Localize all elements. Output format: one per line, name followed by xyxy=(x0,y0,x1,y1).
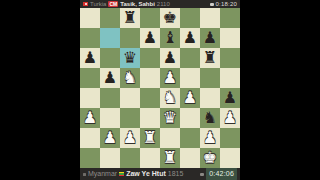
clock-icon xyxy=(210,3,214,6)
square-g1[interactable]: ♚ xyxy=(200,148,220,168)
square-b3[interactable] xyxy=(100,108,120,128)
black-bishop: ♝ xyxy=(163,28,177,48)
bottom-player-name: Zaw Ye Htut xyxy=(126,168,166,180)
square-h4[interactable]: ♟ xyxy=(220,88,240,108)
white-pawn: ♟ xyxy=(223,108,237,128)
square-c7[interactable] xyxy=(120,28,140,48)
square-h8[interactable] xyxy=(220,8,240,28)
bottom-player-country: Myanmar xyxy=(88,168,117,180)
black-pawn: ♟ xyxy=(203,28,217,48)
square-g5[interactable] xyxy=(200,68,220,88)
black-queen: ♛ xyxy=(123,48,137,68)
white-pawn: ♟ xyxy=(183,88,197,108)
square-h1[interactable] xyxy=(220,148,240,168)
top-player-rating: 2110 xyxy=(157,0,170,8)
square-g6[interactable]: ♜ xyxy=(200,48,220,68)
square-f7[interactable]: ♟ xyxy=(180,28,200,48)
connection-icon xyxy=(83,173,86,176)
square-b5[interactable]: ♟ xyxy=(100,68,120,88)
square-e2[interactable] xyxy=(160,128,180,148)
square-c6[interactable]: ♛ xyxy=(120,48,140,68)
phone-screen: Turkia CM Tasik, Sahbi 2110 0:18:20 ♜♚♟♝… xyxy=(80,0,240,180)
square-c2[interactable]: ♟ xyxy=(120,128,140,148)
square-b6[interactable] xyxy=(100,48,120,68)
square-f8[interactable] xyxy=(180,8,200,28)
square-f1[interactable] xyxy=(180,148,200,168)
square-g3[interactable]: ♞ xyxy=(200,108,220,128)
bottom-player-clock: 0:42:06 xyxy=(206,168,237,180)
square-f3[interactable] xyxy=(180,108,200,128)
square-d2[interactable]: ♜ xyxy=(140,128,160,148)
white-pawn: ♟ xyxy=(83,108,97,128)
black-king: ♚ xyxy=(163,8,177,28)
square-a7[interactable] xyxy=(80,28,100,48)
black-rook: ♜ xyxy=(123,8,137,28)
square-b4[interactable] xyxy=(100,88,120,108)
square-h2[interactable] xyxy=(220,128,240,148)
square-e1[interactable]: ♜ xyxy=(160,148,180,168)
black-pawn: ♟ xyxy=(83,48,97,68)
square-b1[interactable] xyxy=(100,148,120,168)
square-g8[interactable] xyxy=(200,8,220,28)
square-d1[interactable] xyxy=(140,148,160,168)
black-pawn: ♟ xyxy=(163,48,177,68)
square-b7[interactable] xyxy=(100,28,120,48)
bottom-player-rating: 1815 xyxy=(168,168,184,180)
square-d4[interactable] xyxy=(140,88,160,108)
square-g7[interactable]: ♟ xyxy=(200,28,220,48)
tunisia-flag-icon xyxy=(83,2,88,6)
square-e5[interactable]: ♟ xyxy=(160,68,180,88)
square-e4[interactable]: ♞ xyxy=(160,88,180,108)
square-h3[interactable]: ♟ xyxy=(220,108,240,128)
square-h6[interactable] xyxy=(220,48,240,68)
square-a3[interactable]: ♟ xyxy=(80,108,100,128)
square-a6[interactable]: ♟ xyxy=(80,48,100,68)
white-pawn: ♟ xyxy=(103,128,117,148)
square-c4[interactable] xyxy=(120,88,140,108)
square-c5[interactable]: ♞ xyxy=(120,68,140,88)
black-rook: ♜ xyxy=(203,48,217,68)
top-player-bar[interactable]: Turkia CM Tasik, Sahbi 2110 0:18:20 xyxy=(80,0,240,8)
square-b2[interactable]: ♟ xyxy=(100,128,120,148)
white-knight: ♞ xyxy=(163,88,177,108)
square-c8[interactable]: ♜ xyxy=(120,8,140,28)
square-d6[interactable] xyxy=(140,48,160,68)
black-knight: ♞ xyxy=(203,108,217,128)
white-pawn: ♟ xyxy=(163,68,177,88)
square-d8[interactable] xyxy=(140,8,160,28)
square-e8[interactable]: ♚ xyxy=(160,8,180,28)
white-rook: ♜ xyxy=(163,148,177,168)
black-pawn: ♟ xyxy=(143,28,157,48)
square-a8[interactable] xyxy=(80,8,100,28)
black-pawn: ♟ xyxy=(183,28,197,48)
clock-icon xyxy=(200,173,204,176)
square-h7[interactable] xyxy=(220,28,240,48)
top-player-name: Tasik, Sahbi xyxy=(120,0,155,8)
square-e6[interactable]: ♟ xyxy=(160,48,180,68)
myanmar-flag-icon xyxy=(119,172,124,176)
square-e7[interactable]: ♝ xyxy=(160,28,180,48)
white-pawn: ♟ xyxy=(203,128,217,148)
top-player-clock: 0:18:20 xyxy=(216,0,237,8)
top-player-country: Turkia xyxy=(90,0,106,8)
square-a2[interactable] xyxy=(80,128,100,148)
white-knight: ♞ xyxy=(123,68,137,88)
square-d3[interactable] xyxy=(140,108,160,128)
square-b8[interactable] xyxy=(100,8,120,28)
white-queen: ♛ xyxy=(163,108,177,128)
black-pawn: ♟ xyxy=(223,88,237,108)
white-pawn: ♟ xyxy=(123,128,137,148)
square-h5[interactable] xyxy=(220,68,240,88)
bottom-player-bar[interactable]: Myanmar Zaw Ye Htut 1815 0:42:06 xyxy=(80,168,240,180)
board: ♜♚♟♝♟♟♟♛♟♜♟♞♟♞♟♟♟♛♞♟♟♟♜♟♜♚ xyxy=(80,8,240,168)
title-badge: CM xyxy=(108,1,118,7)
square-g4[interactable] xyxy=(200,88,220,108)
square-e3[interactable]: ♛ xyxy=(160,108,180,128)
white-king: ♚ xyxy=(203,148,217,168)
square-f4[interactable]: ♟ xyxy=(180,88,200,108)
black-pawn: ♟ xyxy=(103,68,117,88)
square-f2[interactable] xyxy=(180,128,200,148)
square-c1[interactable] xyxy=(120,148,140,168)
square-f6[interactable] xyxy=(180,48,200,68)
square-a4[interactable] xyxy=(80,88,100,108)
square-g2[interactable]: ♟ xyxy=(200,128,220,148)
square-a1[interactable] xyxy=(80,148,100,168)
white-rook: ♜ xyxy=(143,128,157,148)
square-d7[interactable]: ♟ xyxy=(140,28,160,48)
square-a5[interactable] xyxy=(80,68,100,88)
square-d5[interactable] xyxy=(140,68,160,88)
square-f5[interactable] xyxy=(180,68,200,88)
square-c3[interactable] xyxy=(120,108,140,128)
